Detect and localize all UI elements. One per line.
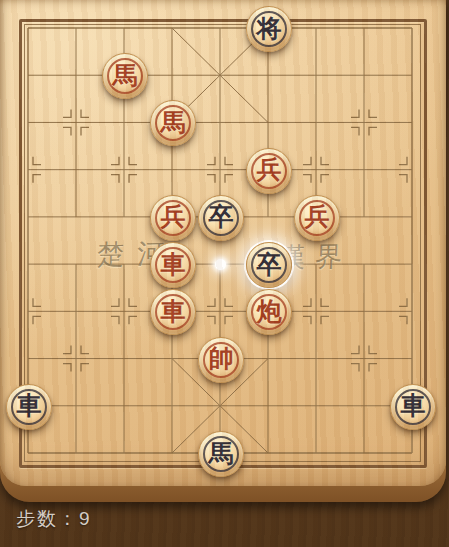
step-counter-label: 步数： — [16, 508, 79, 529]
piece-glyph: 車 — [161, 299, 186, 324]
piece-glyph: 車 — [401, 393, 426, 418]
piece-black-soldier[interactable]: 卒 — [246, 242, 292, 288]
piece-red-chariot[interactable]: 車 — [150, 289, 196, 335]
piece-glyph: 炮 — [257, 299, 282, 324]
piece-black-chariot[interactable]: 車 — [390, 384, 436, 430]
piece-glyph: 卒 — [257, 252, 282, 277]
piece-red-chariot[interactable]: 車 — [150, 242, 196, 288]
piece-glyph: 兵 — [305, 204, 330, 229]
piece-glyph: 兵 — [257, 157, 282, 182]
piece-black-general[interactable]: 将 — [246, 6, 292, 52]
piece-glyph: 車 — [17, 393, 42, 418]
piece-black-chariot[interactable]: 車 — [6, 384, 52, 430]
piece-glyph: 馬 — [209, 441, 234, 466]
piece-red-soldier[interactable]: 兵 — [294, 195, 340, 241]
piece-glyph: 帥 — [209, 346, 234, 371]
piece-glyph: 将 — [257, 16, 282, 41]
piece-glyph: 卒 — [209, 204, 234, 229]
piece-black-horse[interactable]: 馬 — [198, 431, 244, 477]
xiangqi-board[interactable]: 楚河 漢界 将馬馬兵兵卒兵車卒車炮帥車車馬 — [0, 0, 446, 486]
piece-glyph: 兵 — [161, 204, 186, 229]
step-counter-value: 9 — [79, 508, 92, 529]
piece-red-horse[interactable]: 馬 — [102, 53, 148, 99]
piece-glyph: 馬 — [161, 110, 186, 135]
piece-glyph: 車 — [161, 252, 186, 277]
piece-black-soldier[interactable]: 卒 — [198, 195, 244, 241]
piece-red-general[interactable]: 帥 — [198, 337, 244, 383]
piece-red-cannon[interactable]: 炮 — [246, 289, 292, 335]
piece-glyph: 馬 — [113, 63, 138, 88]
move-indicator-dot[interactable] — [215, 259, 226, 270]
board-grid — [0, 0, 446, 486]
piece-red-soldier[interactable]: 兵 — [150, 195, 196, 241]
step-counter: 步数：9 — [16, 506, 92, 532]
piece-red-soldier[interactable]: 兵 — [246, 148, 292, 194]
